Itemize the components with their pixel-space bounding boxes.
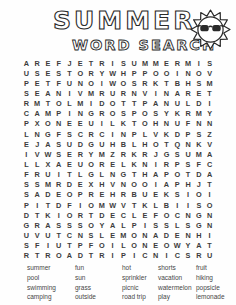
grid-cell: N xyxy=(140,159,151,169)
grid-cell: U xyxy=(140,190,151,200)
word-list-item: hot xyxy=(122,263,158,273)
grid-cell: G xyxy=(43,129,54,139)
grid-cell: G xyxy=(21,220,32,230)
grid-cell: S xyxy=(64,129,75,139)
grid-cell: Q xyxy=(172,139,183,149)
grid-cell: F xyxy=(193,159,204,169)
grid-cell: J xyxy=(193,180,204,190)
grid-cell: E xyxy=(32,78,43,88)
grid-cell: E xyxy=(172,230,183,240)
word-list-column: fruithikingpopsiclelemonade xyxy=(196,263,232,302)
grid-cell: R xyxy=(32,58,43,68)
grid-cell: T xyxy=(129,170,140,180)
grid-cell: R xyxy=(32,170,43,180)
grid-cell: N xyxy=(107,170,118,180)
grid-cell: A xyxy=(204,149,215,159)
grid-cell: G xyxy=(86,170,97,180)
grid-cell: T xyxy=(129,119,140,129)
grid-cell: T xyxy=(86,58,97,68)
grid-cell: U xyxy=(64,78,75,88)
grid-cell: R xyxy=(118,88,129,98)
grid-cell: I xyxy=(107,241,118,251)
grid-cell: E xyxy=(64,119,75,129)
page-title: SUMMER xyxy=(53,6,195,35)
grid-cell: A xyxy=(193,241,204,251)
grid-cell: R xyxy=(172,58,183,68)
grid-cell: N xyxy=(183,139,194,149)
grid-cell: X xyxy=(86,180,97,190)
grid-cell: Z xyxy=(204,129,215,139)
grid-cell: P xyxy=(75,190,86,200)
grid-cell: D xyxy=(161,230,172,240)
grid-cell: A xyxy=(150,230,161,240)
grid-cell: O xyxy=(107,109,118,119)
grid-cell: O xyxy=(86,78,97,88)
grid-cell: K xyxy=(129,149,140,159)
grid-cell: U xyxy=(107,88,118,98)
grid-cell: V xyxy=(75,88,86,98)
grid-cell: K xyxy=(140,200,151,210)
grid-cell: E xyxy=(32,88,43,98)
grid-cell: N xyxy=(204,220,215,230)
grid-cell: L xyxy=(118,241,129,251)
grid-cell: P xyxy=(21,200,32,210)
grid-cell: R xyxy=(75,149,86,159)
grid-cell: I xyxy=(172,68,183,78)
grid-cell: L xyxy=(96,230,107,240)
grid-cell: O xyxy=(96,241,107,251)
grid-cell: S xyxy=(64,220,75,230)
grid-cell: O xyxy=(161,210,172,220)
grid-cell: R xyxy=(96,251,107,261)
grid-cell: Y xyxy=(96,220,107,230)
grid-cell: S xyxy=(172,190,183,200)
grid-cell: A xyxy=(172,88,183,98)
word-list-item: sprinkler xyxy=(122,273,158,283)
grid-cell: J xyxy=(150,149,161,159)
grid-cell: L xyxy=(150,200,161,210)
grid-cell: T xyxy=(86,210,97,220)
grid-cell: M xyxy=(96,149,107,159)
grid-cell: U xyxy=(43,230,54,240)
grid-cell: H xyxy=(140,139,151,149)
grid-cell: N xyxy=(140,241,151,251)
word-list-item: popsicle xyxy=(196,283,232,293)
grid-cell: O xyxy=(86,200,97,210)
grid-cell: S xyxy=(193,200,204,210)
grid-cell: N xyxy=(129,88,140,98)
grid-cell: N xyxy=(193,119,204,129)
grid-cell: L xyxy=(21,159,32,169)
grid-cell: O xyxy=(193,68,204,78)
grid-cell: I xyxy=(21,149,32,159)
grid-cell: R xyxy=(86,129,97,139)
grid-cell: S xyxy=(118,109,129,119)
grid-cell: L xyxy=(75,170,86,180)
grid-cell: I xyxy=(107,251,118,261)
grid-cell: C xyxy=(204,159,215,169)
grid-cell: R xyxy=(96,58,107,68)
grid-cell: S xyxy=(32,180,43,190)
grid-cell: S xyxy=(53,68,64,78)
grid-cell: U xyxy=(53,241,64,251)
grid-cell: T xyxy=(64,241,75,251)
grid-cell: D xyxy=(43,190,54,200)
grid-cell: C xyxy=(75,129,86,139)
grid-cell: O xyxy=(129,180,140,190)
grid-cell: U xyxy=(75,159,86,169)
grid-cell: T xyxy=(43,200,54,210)
grid-cell: P xyxy=(140,68,151,78)
letter-grid: AREFJETRISUMMERMISUSESTORYWHPPOOINOVPETF… xyxy=(21,58,215,261)
grid-cell: O xyxy=(53,99,64,109)
grid-cell: I xyxy=(204,99,215,109)
grid-cell: U xyxy=(96,139,107,149)
grid-cell: N xyxy=(32,129,43,139)
grid-cell: P xyxy=(140,99,151,109)
word-list-column: hotsprinklerpicnicroad trip xyxy=(122,263,158,302)
grid-cell: P xyxy=(161,170,172,180)
grid-cell: R xyxy=(96,159,107,169)
grid-cell: O xyxy=(64,210,75,220)
word-list-item: hiking xyxy=(196,273,232,283)
grid-cell: S xyxy=(183,159,194,169)
grid-cell: W xyxy=(107,68,118,78)
grid-cell: P xyxy=(129,68,140,78)
grid-cell: R xyxy=(86,190,97,200)
grid-cell: U xyxy=(183,149,194,159)
grid-cell: P xyxy=(21,119,32,129)
grid-cell: R xyxy=(193,251,204,261)
grid-cell: X xyxy=(43,159,54,169)
grid-cell: O xyxy=(193,190,204,200)
word-list-item: swimming xyxy=(27,283,75,293)
grid-cell: I xyxy=(64,109,75,119)
grid-cell: N xyxy=(161,119,172,129)
grid-cell: C xyxy=(21,109,32,119)
grid-cell: U xyxy=(204,251,215,261)
grid-cell: O xyxy=(172,170,183,180)
grid-cell: E xyxy=(64,159,75,169)
grid-cell: A xyxy=(107,220,118,230)
grid-cell: E xyxy=(21,139,32,149)
grid-cell: M xyxy=(183,58,194,68)
grid-cell: I xyxy=(86,99,97,109)
word-list-item: watermelon xyxy=(158,283,196,293)
grid-cell: N xyxy=(183,68,194,78)
grid-cell: C xyxy=(172,210,183,220)
grid-cell: I xyxy=(53,170,64,180)
grid-cell: I xyxy=(32,200,43,210)
grid-cell: X xyxy=(32,119,43,129)
grid-cell: R xyxy=(96,88,107,98)
grid-cell: I xyxy=(150,180,161,190)
grid-cell: J xyxy=(64,58,75,68)
grid-cell: M xyxy=(193,109,204,119)
grid-cell: Z xyxy=(107,149,118,159)
grid-cell: L xyxy=(129,210,140,220)
grid-cell: T xyxy=(204,241,215,251)
grid-cell: E xyxy=(107,159,118,169)
grid-cell: U xyxy=(21,68,32,78)
grid-cell: F xyxy=(53,78,64,88)
grid-cell: N xyxy=(161,99,172,109)
grid-cell: D xyxy=(75,139,86,149)
grid-cell: L xyxy=(118,159,129,169)
grid-cell: K xyxy=(161,129,172,139)
grid-cell: D xyxy=(53,200,64,210)
word-list-item: fun xyxy=(75,263,122,273)
grid-cell: I xyxy=(183,200,194,210)
grid-cell: Y xyxy=(183,241,194,251)
grid-cell: S xyxy=(193,78,204,88)
grid-cell: T xyxy=(32,210,43,220)
grid-cell: I xyxy=(150,88,161,98)
grid-cell: M xyxy=(43,109,54,119)
grid-cell: I xyxy=(140,220,151,230)
grid-cell: N xyxy=(53,119,64,129)
grid-cell: T xyxy=(129,200,140,210)
grid-cell: L xyxy=(183,99,194,109)
grid-cell: K xyxy=(193,139,204,149)
grid-cell: A xyxy=(150,170,161,180)
grid-cell: M xyxy=(96,200,107,210)
grid-cell: I xyxy=(96,78,107,88)
grid-cell: N xyxy=(53,88,64,98)
grid-cell: I xyxy=(204,190,215,200)
grid-cell: G xyxy=(193,220,204,230)
grid-cell: R xyxy=(21,99,32,109)
grid-cell: C xyxy=(140,251,151,261)
grid-cell: A xyxy=(21,58,32,68)
grid-cell: S xyxy=(86,230,97,240)
grid-cell: T xyxy=(204,88,215,98)
grid-cell: I xyxy=(204,230,215,240)
grid-cell: S xyxy=(129,78,140,88)
grid-cell: S xyxy=(75,220,86,230)
grid-cell: D xyxy=(64,180,75,190)
grid-cell: N xyxy=(118,180,129,190)
grid-cell: N xyxy=(204,119,215,129)
grid-cell: C xyxy=(64,230,75,240)
grid-cell: H xyxy=(107,190,118,200)
grid-cell: F xyxy=(64,200,75,210)
grid-cell: W xyxy=(172,241,183,251)
grid-cell: O xyxy=(150,68,161,78)
grid-cell: K xyxy=(161,190,172,200)
grid-cell: H xyxy=(96,180,107,190)
grid-cell: M xyxy=(204,78,215,88)
grid-cell: C xyxy=(172,251,183,261)
grid-cell: Y xyxy=(96,68,107,78)
grid-cell: P xyxy=(118,251,129,261)
grid-cell: V xyxy=(118,200,129,210)
grid-cell: G xyxy=(86,139,97,149)
grid-cell: R xyxy=(140,78,151,88)
grid-cell: I xyxy=(43,241,54,251)
grid-cell: I xyxy=(107,58,118,68)
grid-cell: P xyxy=(75,241,86,251)
grid-cell: B xyxy=(161,200,172,210)
grid-cell: G xyxy=(86,109,97,119)
grid-cell: P xyxy=(183,129,194,139)
grid-cell: G xyxy=(193,210,204,220)
grid-cell: T xyxy=(161,139,172,149)
grid-cell: V xyxy=(140,88,151,98)
grid-cell: M xyxy=(193,149,204,159)
grid-cell: E xyxy=(193,88,204,98)
grid-cell: W xyxy=(107,200,118,210)
grid-cell: S xyxy=(21,241,32,251)
grid-cell: F xyxy=(86,241,97,251)
grid-cell: O xyxy=(161,241,172,251)
grid-cell: A xyxy=(64,251,75,261)
grid-cell: M xyxy=(140,58,151,68)
grid-cell: V xyxy=(107,180,118,190)
grid-cell: U xyxy=(21,230,32,240)
grid-cell: E xyxy=(107,230,118,240)
grid-cell: I xyxy=(64,88,75,98)
worksheet: SUMMER WORD SEARCH AREFJETRISUMMERMISUSE… xyxy=(0,0,236,305)
grid-cell: S xyxy=(118,58,129,68)
grid-cell: D xyxy=(75,251,86,261)
grid-cell: A xyxy=(32,190,43,200)
grid-cell: S xyxy=(183,220,194,230)
grid-cell: Y xyxy=(204,109,215,119)
grid-cell: W xyxy=(43,149,54,159)
grid-cell: L xyxy=(21,129,32,139)
grid-cell: S xyxy=(204,58,215,68)
grid-cell: O xyxy=(86,159,97,169)
grid-cell: L xyxy=(129,139,140,149)
grid-cell: A xyxy=(43,88,54,98)
grid-cell: A xyxy=(43,139,54,149)
grid-cell: W xyxy=(107,78,118,88)
grid-cell: F xyxy=(150,210,161,220)
grid-cell: S xyxy=(53,220,64,230)
grid-cell: D xyxy=(193,99,204,109)
grid-cell: R xyxy=(183,109,194,119)
grid-cell: N xyxy=(150,251,161,261)
grid-cell: M xyxy=(75,99,86,109)
grid-cell: R xyxy=(75,210,86,220)
grid-cell: I xyxy=(53,210,64,220)
grid-cell: S xyxy=(161,220,172,230)
grid-cell: O xyxy=(43,119,54,129)
grid-cell: I xyxy=(150,159,161,169)
grid-cell: V xyxy=(204,68,215,78)
grid-cell: U xyxy=(172,99,183,109)
grid-cell: C xyxy=(96,129,107,139)
grid-cell: I xyxy=(129,251,140,261)
grid-cell: F xyxy=(32,241,43,251)
grid-cell: S xyxy=(21,88,32,98)
grid-cell: R xyxy=(118,190,129,200)
grid-cell: T xyxy=(53,230,64,240)
grid-cell: K xyxy=(118,119,129,129)
grid-cell: L xyxy=(107,119,118,129)
grid-cell: N xyxy=(183,230,194,240)
word-list-item: sun xyxy=(75,273,122,283)
grid-cell: N xyxy=(118,129,129,139)
grid-cell: U xyxy=(43,170,54,180)
grid-cell: H xyxy=(183,180,194,190)
grid-cell: S xyxy=(53,139,64,149)
word-list-item: lemonade xyxy=(196,292,232,302)
grid-cell: F xyxy=(183,119,194,129)
grid-cell: R xyxy=(161,159,172,169)
grid-cell: R xyxy=(96,109,107,119)
grid-cell: L xyxy=(96,170,107,180)
grid-cell: T xyxy=(43,99,54,109)
grid-cell: S xyxy=(53,149,64,159)
word-list-item: outside xyxy=(75,292,122,302)
grid-cell: L xyxy=(32,159,43,169)
grid-cell: O xyxy=(140,119,151,129)
grid-cell: D xyxy=(172,129,183,139)
word-list-item: play xyxy=(158,292,196,302)
grid-cell: E xyxy=(150,241,161,251)
word-list-column: shortsvacationwatermelonplay xyxy=(158,263,196,302)
grid-cell: L xyxy=(172,220,183,230)
grid-cell: N xyxy=(161,88,172,98)
grid-cell: O xyxy=(129,241,140,251)
grid-cell: O xyxy=(204,200,215,210)
grid-cell: L xyxy=(118,220,129,230)
grid-cell: U xyxy=(86,119,97,129)
grid-cell: D xyxy=(96,210,107,220)
grid-cell: I xyxy=(183,190,194,200)
grid-cell: T xyxy=(32,251,43,261)
grid-cell: G xyxy=(161,149,172,159)
word-list-item: grass xyxy=(75,283,122,293)
grid-cell: S xyxy=(150,109,161,119)
grid-cell: N xyxy=(75,109,86,119)
grid-cell: V xyxy=(32,230,43,240)
grid-cell: E xyxy=(75,119,86,129)
grid-cell: E xyxy=(150,190,161,200)
grid-cell: O xyxy=(86,220,97,230)
grid-cell: I xyxy=(172,200,183,210)
header: SUMMER WORD SEARCH xyxy=(0,0,236,57)
grid-cell: V xyxy=(150,129,161,139)
grid-cell: O xyxy=(150,139,161,149)
grid-cell: N xyxy=(204,210,215,220)
grid-cell: E xyxy=(64,149,75,159)
grid-cell: B xyxy=(118,139,129,149)
grid-cell: M xyxy=(86,88,97,98)
grid-cell: Y xyxy=(86,149,97,159)
word-list: summerpoolswimmingcampingfunsungrassouts… xyxy=(27,263,232,302)
grid-cell: I xyxy=(193,58,204,68)
grid-cell: A xyxy=(53,159,64,169)
grid-cell: C xyxy=(118,210,129,220)
grid-cell: J xyxy=(32,139,43,149)
grid-cell: S xyxy=(21,180,32,190)
grid-cell: G xyxy=(118,170,129,180)
grid-cell: A xyxy=(150,99,161,109)
grid-cell: B xyxy=(172,78,183,88)
word-list-item: pool xyxy=(27,273,75,283)
grid-cell: T xyxy=(129,99,140,109)
grid-cell: T xyxy=(64,68,75,78)
grid-cell: E xyxy=(43,68,54,78)
sun-with-sunglasses-icon xyxy=(190,9,231,50)
grid-cell: H xyxy=(118,68,129,78)
grid-cell: H xyxy=(150,119,161,129)
grid-cell: R xyxy=(43,251,54,261)
word-list-item: picnic xyxy=(122,283,158,293)
